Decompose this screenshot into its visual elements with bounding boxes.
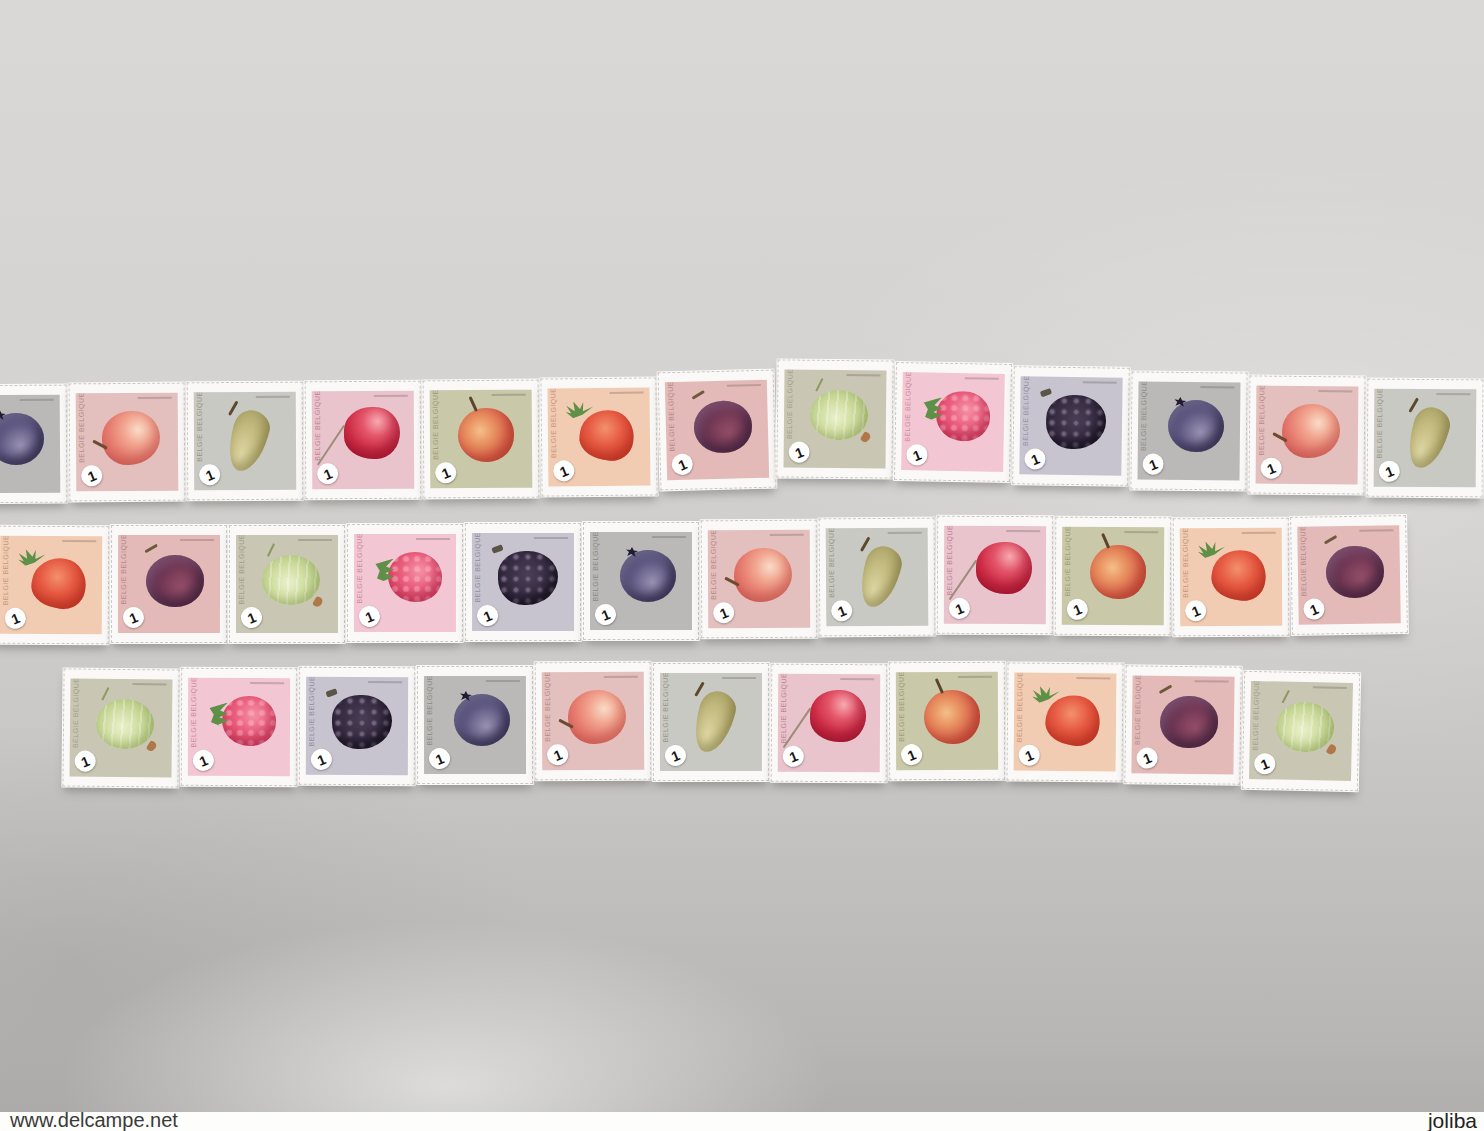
stamp-art: BELGIE BELGIQUE1 (826, 528, 929, 627)
stamp-art: BELGIE BELGIQUE1 (778, 674, 881, 773)
stamp-cherry: BELGIE BELGIQUE1 (304, 380, 423, 501)
stamp-apple_pink: BELGIE BELGIQUE1 (68, 382, 187, 503)
stamp-apple_pink: BELGIE BELGIQUE1 (700, 519, 819, 640)
stamp-art: BELGIE BELGIQUE1 (194, 392, 297, 491)
stamp-art: BELGIE BELGIQUE1 (1180, 528, 1283, 627)
stamp-raspberry: BELGIE BELGIQUE1 (893, 361, 1013, 483)
stamp-art: BELGIE BELGIQUE1 (901, 372, 1005, 472)
stamp-art: BELGIE BELGIQUE1 (1374, 389, 1477, 488)
stamp-art: BELGIE BELGIQUE1 (896, 672, 998, 770)
stamp-art: BELGIE BELGIQUE1 (188, 678, 290, 776)
stamp-art: BELGIE BELGIQUE1 (118, 535, 220, 633)
stamp-art: BELGIE BELGIQUE1 (1137, 381, 1240, 480)
stamp-art: BELGIE BELGIQUE1 (590, 532, 692, 630)
photo-of-stamp-strips: BELGIE BELGIQUE1BELGIE BELGIQUE1BELGIE B… (0, 0, 1484, 1131)
stamp-art: BELGIE BELGIQUE1 (1297, 525, 1401, 625)
stamp-art: BELGIE BELGIQUE1 (1131, 675, 1234, 774)
watermark-delcampe: www.delcampe.net (10, 1109, 178, 1131)
stamp-raspberry: BELGIE BELGIQUE1 (346, 523, 464, 643)
stamp-strawberry: BELGIE BELGIQUE1 (1005, 661, 1124, 782)
stamp-gooseberry: BELGIE BELGIQUE1 (228, 524, 346, 644)
stamp-bilberry: BELGIE BELGIQUE1 (0, 384, 68, 505)
stamp-art: BELGIE BELGIQUE1 (1062, 527, 1165, 626)
stamp-plum: BELGIE BELGIQUE1 (1289, 514, 1409, 636)
stamp-pear: BELGIE BELGIQUE1 (818, 517, 937, 638)
stamp-plum: BELGIE BELGIQUE1 (657, 369, 778, 492)
stamp-art: BELGIE BELGIQUE1 (472, 533, 574, 631)
watermark-band: www.delcampe.net joliba (0, 1112, 1484, 1131)
stamp-art: BELGIE BELGIQUE1 (547, 387, 650, 486)
stamp-art: BELGIE BELGIQUE1 (312, 391, 415, 490)
stamp-apple_pink: BELGIE BELGIQUE1 (534, 661, 653, 782)
stamp-art: BELGIE BELGIQUE1 (424, 676, 526, 774)
bilberry-illustration (0, 395, 60, 494)
watermark-joliba: joliba (1428, 1109, 1477, 1131)
stamp-art: BELGIE BELGIQUE1 (665, 380, 769, 480)
stamp-art: BELGIE BELGIQUE1 (1249, 681, 1353, 781)
stamp-strip-middle: BELGIE BELGIQUE1BELGIE BELGIQUE1BELGIE B… (0, 515, 1408, 635)
stamp-cherry: BELGIE BELGIQUE1 (770, 663, 889, 784)
stamp-plum: BELGIE BELGIQUE1 (110, 524, 228, 644)
stamp-strawberry: BELGIE BELGIQUE1 (0, 525, 110, 646)
stamp-raspberry: BELGIE BELGIQUE1 (180, 667, 298, 787)
stamp-pear: BELGIE BELGIQUE1 (652, 662, 770, 782)
stamp-bilberry: BELGIE BELGIQUE1 (1129, 370, 1248, 491)
stamp-art: BELGIE BELGIQUE1 (660, 673, 762, 771)
stamp-strawberry: BELGIE BELGIQUE1 (539, 376, 658, 497)
stamp-apple_olive: BELGIE BELGIQUE1 (1054, 516, 1173, 637)
stamp-apple_pink: BELGIE BELGIQUE1 (1247, 374, 1366, 495)
stamp-strip-top: BELGIE BELGIQUE1BELGIE BELGIQUE1BELGIE B… (0, 368, 1484, 488)
stamp-bilberry: BELGIE BELGIQUE1 (416, 665, 534, 785)
stamp-pear: BELGIE BELGIQUE1 (186, 381, 305, 502)
stamp-art: BELGIE BELGIQUE1 (783, 369, 886, 468)
stamp-art: BELGIE BELGIQUE1 (542, 672, 645, 771)
stamp-gooseberry: BELGIE BELGIQUE1 (775, 358, 894, 479)
stamp-blackberry: BELGIE BELGIQUE1 (1011, 365, 1131, 487)
stamp-plum: BELGIE BELGIQUE1 (1123, 664, 1242, 785)
stamp-art: BELGIE BELGIQUE1 (430, 390, 533, 489)
stamp-strip-bottom: BELGIE BELGIQUE1BELGIE BELGIQUE1BELGIE B… (62, 655, 1360, 775)
stamp-pear: BELGIE BELGIQUE1 (1366, 378, 1484, 499)
stamp-apple_olive: BELGIE BELGIQUE1 (888, 661, 1006, 781)
stamp-art: BELGIE BELGIQUE1 (69, 678, 172, 777)
stamp-art: BELGIE BELGIQUE1 (1256, 386, 1359, 485)
stamp-strawberry: BELGIE BELGIQUE1 (1172, 517, 1291, 638)
stamp-art: BELGIE BELGIQUE1 (708, 530, 811, 629)
stamp-art: BELGIE BELGIQUE1 (76, 393, 179, 492)
stamp-art: BELGIE BELGIQUE1 (0, 395, 60, 494)
stamp-art: BELGIE BELGIQUE1 (944, 526, 1046, 624)
stamp-art: BELGIE BELGIQUE1 (1019, 376, 1122, 475)
stamp-art: BELGIE BELGIQUE1 (306, 677, 408, 775)
stamp-art: BELGIE BELGIQUE1 (0, 536, 102, 635)
stamp-art: BELGIE BELGIQUE1 (354, 534, 456, 632)
stamp-gooseberry: BELGIE BELGIQUE1 (61, 667, 180, 788)
stamp-cherry: BELGIE BELGIQUE1 (936, 515, 1054, 635)
stamp-gooseberry: BELGIE BELGIQUE1 (1241, 670, 1361, 792)
stamp-blackberry: BELGIE BELGIQUE1 (464, 522, 582, 642)
stamp-art: BELGIE BELGIQUE1 (236, 535, 338, 633)
stamp-art: BELGIE BELGIQUE1 (1014, 673, 1117, 772)
stamp-apple_olive: BELGIE BELGIQUE1 (422, 379, 541, 500)
stamp-blackberry: BELGIE BELGIQUE1 (298, 666, 416, 786)
stamp-bilberry: BELGIE BELGIQUE1 (582, 521, 700, 641)
